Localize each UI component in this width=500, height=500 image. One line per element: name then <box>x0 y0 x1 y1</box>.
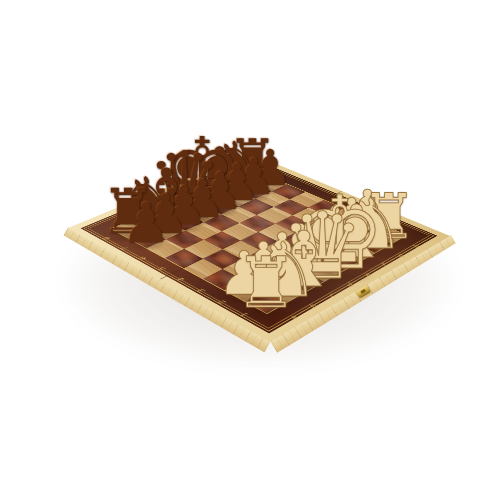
rank-label-5: 5 <box>146 261 177 276</box>
rank-label-8: 8 <box>92 232 121 246</box>
chess-set-photo: abcdefgh 87654321 ♜♞♝♛♚♝♞♜♟♟♟♟♟♟♟♟♟♟♟♟♟♟… <box>0 0 500 500</box>
rank-label-3: 3 <box>186 283 217 300</box>
rank-label-7: 7 <box>110 241 140 255</box>
rank-label-4: 4 <box>166 272 197 288</box>
rank-label-6: 6 <box>128 251 158 266</box>
rank-label-2: 2 <box>207 294 239 311</box>
